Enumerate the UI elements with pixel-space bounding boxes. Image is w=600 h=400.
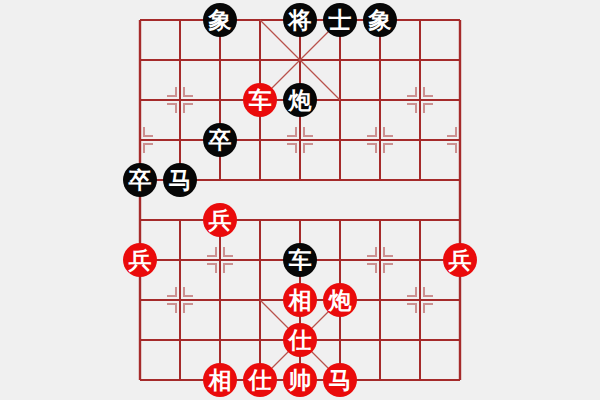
piece-red-soldier[interactable]: 兵: [443, 243, 477, 277]
board-point: 象: [200, 0, 240, 40]
board-point: 相: [200, 360, 240, 400]
board-point: 马: [160, 160, 200, 200]
piece-black-soldier[interactable]: 卒: [123, 163, 157, 197]
piece-black-soldier[interactable]: 卒: [203, 123, 237, 157]
board-point: 马: [320, 360, 360, 400]
piece-red-soldier[interactable]: 兵: [123, 243, 157, 277]
piece-black-cannon[interactable]: 炮: [283, 83, 317, 117]
board-point: 仕: [240, 360, 280, 400]
piece-black-advisor[interactable]: 士: [323, 3, 357, 37]
piece-black-elephant[interactable]: 象: [203, 3, 237, 37]
xiangqi-board: 象将士象车炮卒卒马兵兵车兵相炮仕相仕帅马: [0, 0, 600, 400]
board-point: 帅: [280, 360, 320, 400]
piece-black-horse[interactable]: 马: [163, 163, 197, 197]
board-point: 仕: [280, 320, 320, 360]
piece-red-advisor[interactable]: 仕: [243, 363, 277, 397]
board-point: 炮: [320, 280, 360, 320]
piece-black-chariot[interactable]: 车: [283, 243, 317, 277]
piece-red-general[interactable]: 帅: [283, 363, 317, 397]
board-point: 卒: [120, 160, 160, 200]
board-point: 车: [280, 240, 320, 280]
board-point: 炮: [280, 80, 320, 120]
board-point: 兵: [440, 240, 480, 280]
piece-red-elephant[interactable]: 相: [283, 283, 317, 317]
board-point: 将: [280, 0, 320, 40]
board-point: 车: [240, 80, 280, 120]
piece-red-cannon[interactable]: 炮: [323, 283, 357, 317]
pieces-layer: 象将士象车炮卒卒马兵兵车兵相炮仕相仕帅马: [120, 0, 480, 400]
board-point: 士: [320, 0, 360, 40]
board-point: 相: [280, 280, 320, 320]
board-point: 卒: [200, 120, 240, 160]
piece-red-horse[interactable]: 马: [323, 363, 357, 397]
piece-red-chariot[interactable]: 车: [243, 83, 277, 117]
piece-black-elephant[interactable]: 象: [363, 3, 397, 37]
piece-red-elephant[interactable]: 相: [203, 363, 237, 397]
board-point: 象: [360, 0, 400, 40]
board-point: 兵: [120, 240, 160, 280]
piece-red-soldier[interactable]: 兵: [203, 203, 237, 237]
board-point: 兵: [200, 200, 240, 240]
piece-black-general[interactable]: 将: [283, 3, 317, 37]
piece-red-advisor[interactable]: 仕: [283, 323, 317, 357]
